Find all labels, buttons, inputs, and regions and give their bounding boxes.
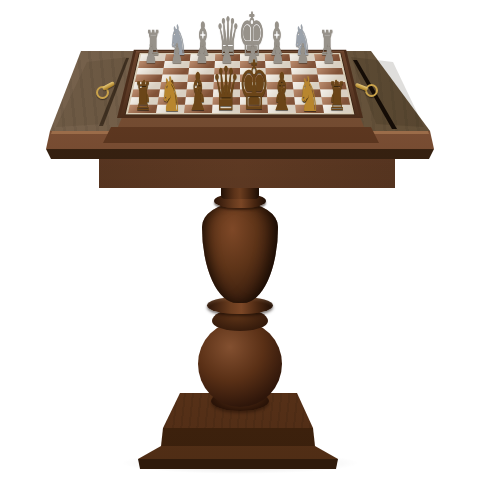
board-square	[320, 89, 348, 97]
board-square	[266, 75, 293, 82]
latch-arm-icon	[355, 83, 369, 92]
board-square	[213, 82, 240, 89]
board-square	[215, 61, 240, 68]
board-square	[128, 105, 157, 113]
board-square	[214, 75, 240, 82]
board-square	[321, 97, 350, 105]
board-square	[294, 97, 322, 105]
board-square	[130, 97, 159, 105]
board-square	[266, 82, 293, 89]
board-square	[156, 105, 185, 113]
board-square	[213, 89, 240, 97]
board-square	[323, 105, 352, 113]
board-square	[133, 82, 161, 89]
board-square	[214, 68, 240, 75]
board-square	[186, 89, 214, 97]
board-square	[187, 82, 214, 89]
board-square	[188, 68, 214, 75]
board-square	[240, 82, 267, 89]
board-square	[164, 61, 190, 68]
board-square	[316, 68, 343, 75]
board-square	[135, 75, 162, 82]
pedestal-baluster	[202, 203, 278, 303]
board-square	[189, 61, 215, 68]
board-square	[290, 61, 316, 68]
chess-board-grid	[128, 54, 352, 113]
board-square	[292, 75, 319, 82]
board-square	[268, 105, 296, 113]
board-square	[212, 97, 240, 105]
board-square	[240, 75, 266, 82]
board-square	[212, 105, 240, 113]
board-square	[240, 105, 268, 113]
board-square	[293, 82, 321, 89]
board-square	[315, 61, 342, 68]
board-square	[293, 89, 321, 97]
board-square	[137, 68, 164, 75]
pedestal-ball	[198, 321, 282, 407]
board-square	[318, 75, 345, 82]
board-square	[267, 89, 295, 97]
board-square	[291, 68, 318, 75]
board-square	[138, 61, 165, 68]
board-square	[267, 97, 295, 105]
board-square	[240, 97, 268, 105]
board-square	[319, 82, 347, 89]
board-square	[159, 89, 187, 97]
brass-latch-right	[354, 80, 376, 96]
board-square	[185, 97, 213, 105]
board-square	[157, 97, 185, 105]
board-square	[240, 61, 265, 68]
board-square	[162, 68, 189, 75]
board-square	[184, 105, 212, 113]
board-square	[295, 105, 324, 113]
board-square	[240, 89, 267, 97]
board-square	[265, 61, 291, 68]
board-square	[240, 68, 266, 75]
board-square	[132, 89, 160, 97]
brass-latch-left	[96, 81, 118, 97]
chess-table-product-photo: ♜♞♝♛♚♝♞♜♟♟♟♟♟♟♟♟♟♟♟♟♟♟♟♟♜♞♝♛♚♝♞♜	[0, 0, 480, 480]
latch-ring-icon	[365, 84, 378, 97]
board-square	[187, 75, 214, 82]
board-square	[161, 75, 188, 82]
board-square	[160, 82, 188, 89]
board-square	[265, 68, 291, 75]
